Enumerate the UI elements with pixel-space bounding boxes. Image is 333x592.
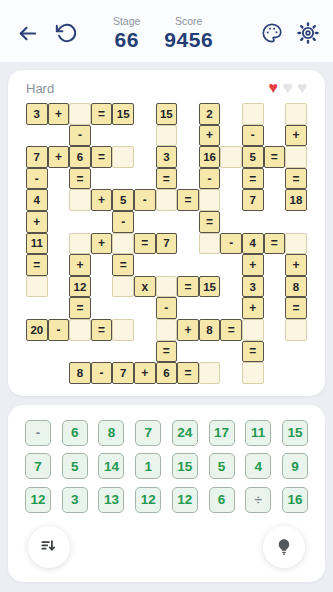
grid-cell-operator: + <box>285 254 307 276</box>
grid-cell-operator: = <box>177 362 199 384</box>
grid-cell-operator: = <box>242 341 264 363</box>
grid-cell-operator: = <box>134 233 156 255</box>
grid-cell-number: 15 <box>156 103 178 125</box>
score-label: Score <box>175 16 202 27</box>
tray-tile-number[interactable]: 4 <box>245 453 271 479</box>
grid-cell-number: 3 <box>26 103 48 125</box>
grid-cell-empty[interactable] <box>199 362 221 384</box>
tray-tile-operator[interactable]: - <box>25 420 51 446</box>
tray-tile-number[interactable]: 3 <box>62 487 88 513</box>
grid-cell-operator: + <box>48 103 70 125</box>
lightbulb-icon <box>274 537 294 557</box>
tray-tile-number[interactable]: 6 <box>209 487 235 513</box>
grid-cell-empty[interactable] <box>69 189 91 211</box>
grid-cell-operator: = <box>264 233 286 255</box>
grid-cell-operator: - <box>91 362 113 384</box>
grid-cell-number: 6 <box>69 146 91 168</box>
topbar: Stage 66 Score 9456 <box>0 0 333 62</box>
tray-card: -6872417111575141155491231312126÷16 <box>8 405 325 582</box>
tray-tile-number[interactable]: 1 <box>135 453 161 479</box>
tray-tile-operator[interactable]: ÷ <box>245 487 271 513</box>
grid-cell-empty[interactable] <box>156 276 178 298</box>
grid-cell-operator: + <box>285 125 307 147</box>
grid-cell-empty[interactable] <box>220 146 242 168</box>
grid-cell-number: 8 <box>285 276 307 298</box>
rotate-ccw-icon <box>55 22 77 44</box>
board-card: Hard ♥♥♥ 3+=15152-+-+7+6=3165=-==-==4+5-… <box>8 70 325 396</box>
grid-cell-empty[interactable] <box>112 146 134 168</box>
grid-cell-operator: + <box>69 254 91 276</box>
tray-actions <box>28 526 305 568</box>
grid-cell-operator: + <box>91 233 113 255</box>
lives-hearts: ♥♥♥ <box>269 80 308 96</box>
grid-cell-operator: - <box>220 233 242 255</box>
grid-cell-number: 15 <box>199 276 221 298</box>
topbar-right <box>259 20 321 46</box>
grid-cell-operator: = <box>177 276 199 298</box>
hint-button[interactable] <box>263 526 305 568</box>
tray-tile-number[interactable]: 17 <box>209 420 235 446</box>
grid-cell-number: 12 <box>69 276 91 298</box>
grid-cell-operator: = <box>285 168 307 190</box>
grid-cell-number: 6 <box>156 362 178 384</box>
heart-icon: ♥ <box>283 80 293 96</box>
grid-cell-empty[interactable] <box>242 362 264 384</box>
score-stat: Score 9456 <box>164 16 213 51</box>
tray-tile-number[interactable]: 12 <box>172 487 198 513</box>
tray-tile-number[interactable]: 7 <box>25 453 51 479</box>
grid-cell-empty[interactable] <box>112 276 134 298</box>
grid-cell-operator: = <box>264 146 286 168</box>
grid-cell-operator: x <box>134 276 156 298</box>
heart-icon: ♥ <box>298 80 308 96</box>
tray-tile-number[interactable]: 12 <box>25 487 51 513</box>
grid-cell-number: 3 <box>156 146 178 168</box>
grid-cell-operator: = <box>156 341 178 363</box>
grid-cell-operator: = <box>112 254 134 276</box>
restart-button[interactable] <box>53 20 79 46</box>
tray-tile-number[interactable]: 5 <box>62 453 88 479</box>
grid-cell-operator: - <box>48 319 70 341</box>
grid-cell-number: 3 <box>242 276 264 298</box>
tray-tile-number[interactable]: 9 <box>282 453 308 479</box>
tray-tile-number[interactable]: 15 <box>172 453 198 479</box>
grid-cell-number: 7 <box>156 233 178 255</box>
grid-cell-operator: = <box>91 103 113 125</box>
tray-tile-number[interactable]: 6 <box>62 420 88 446</box>
tray-tile-number[interactable]: 24 <box>172 420 198 446</box>
topbar-stats: Stage 66 Score 9456 <box>113 16 213 51</box>
grid-cell-operator: = <box>156 168 178 190</box>
grid-cell-empty[interactable] <box>199 189 221 211</box>
grid-cell-empty[interactable] <box>285 233 307 255</box>
grid-cell-empty[interactable] <box>242 103 264 125</box>
tray-tile-number[interactable]: 14 <box>98 453 124 479</box>
tray-tile-number[interactable]: 8 <box>98 420 124 446</box>
tray-tile-number[interactable]: 15 <box>282 420 308 446</box>
grid-cell-empty[interactable] <box>199 233 221 255</box>
grid-cell-empty[interactable] <box>26 276 48 298</box>
grid-cell-number: 11 <box>26 233 48 255</box>
grid-cell-empty[interactable] <box>285 146 307 168</box>
grid-cell-operator: = <box>69 168 91 190</box>
grid-cell-empty[interactable] <box>112 233 134 255</box>
grid-cell-empty[interactable] <box>242 319 264 341</box>
grid-cell-operator: + <box>242 297 264 319</box>
grid-cell-number: 4 <box>242 233 264 255</box>
grid-cell-operator: - <box>156 297 178 319</box>
tray-tile-number[interactable]: 5 <box>209 453 235 479</box>
grid-cell-operator: - <box>199 168 221 190</box>
stage-label: Stage <box>113 16 140 27</box>
grid-cell-operator: = <box>285 297 307 319</box>
grid-cell-operator: + <box>199 125 221 147</box>
grid-cell-operator: = <box>242 168 264 190</box>
settings-button[interactable] <box>295 20 321 46</box>
grid-cell-operator: = <box>199 211 221 233</box>
puzzle-grid: 3+=15152-+-+7+6=3165=-==-==4+5-=718+-=11… <box>26 103 307 384</box>
grid-cell-empty[interactable] <box>69 103 91 125</box>
stage-stat: Stage 66 <box>113 16 140 51</box>
difficulty-label: Hard <box>26 81 54 96</box>
grid-cell-operator: - <box>242 125 264 147</box>
grid-cell-empty[interactable] <box>156 189 178 211</box>
grid-cell-number: 7 <box>242 189 264 211</box>
grid-cell-operator: + <box>48 146 70 168</box>
grid-cell-empty[interactable] <box>285 319 307 341</box>
grid-cell-operator: + <box>91 189 113 211</box>
topbar-left <box>14 20 79 47</box>
grid-cell-number: 7 <box>26 146 48 168</box>
grid-cell-number: 2 <box>199 103 221 125</box>
theme-palette-button[interactable] <box>259 20 285 46</box>
grid-cell-operator: + <box>26 211 48 233</box>
tray-tile-number[interactable]: 7 <box>135 420 161 446</box>
number-tray: -6872417111575141155491231312126÷16 <box>24 420 309 513</box>
score-value: 9456 <box>164 29 213 50</box>
grid-cell-operator: - <box>112 211 134 233</box>
grid-cell-empty[interactable] <box>285 103 307 125</box>
grid-cell-empty[interactable] <box>69 233 91 255</box>
grid-cell-number: 8 <box>69 362 91 384</box>
grid-cell-operator: - <box>26 168 48 190</box>
grid-cell-empty[interactable] <box>156 125 178 147</box>
grid-cell-number: 4 <box>26 189 48 211</box>
grid-cell-number: 15 <box>112 103 134 125</box>
tray-tile-number[interactable]: 13 <box>98 487 124 513</box>
heart-icon: ♥ <box>269 80 279 96</box>
grid-cell-operator: = <box>26 254 48 276</box>
tray-tile-number[interactable]: 16 <box>282 487 308 513</box>
tray-tile-number[interactable]: 12 <box>135 487 161 513</box>
grid-cell-operator: = <box>91 319 113 341</box>
arrow-left-icon <box>16 22 39 45</box>
grid-cell-number: 5 <box>112 189 134 211</box>
board-header: Hard ♥♥♥ <box>26 80 307 96</box>
grid-cell-number: 5 <box>242 146 264 168</box>
gear-icon <box>297 22 319 44</box>
grid-cell-operator: - <box>69 125 91 147</box>
grid-cell-number: 8 <box>199 319 221 341</box>
grid-cell-operator: - <box>134 189 156 211</box>
grid-cell-operator: = <box>69 297 91 319</box>
grid-cell-operator: + <box>242 254 264 276</box>
app: Stage 66 Score 9456 Hard ♥♥♥ 3+=15152-+-… <box>0 0 333 592</box>
sort-tiles-button[interactable] <box>28 526 70 568</box>
grid-cell-operator: + <box>177 319 199 341</box>
tray-tile-number[interactable]: 11 <box>245 420 271 446</box>
grid-cell-operator: = <box>220 319 242 341</box>
grid-cell-empty[interactable] <box>156 319 178 341</box>
grid-cell-number: 18 <box>285 189 307 211</box>
grid-cell-number: 7 <box>112 362 134 384</box>
back-button[interactable] <box>14 20 41 47</box>
palette-icon <box>261 22 283 44</box>
grid-cell-operator: = <box>177 189 199 211</box>
stage-value: 66 <box>114 29 138 50</box>
grid-cell-operator: = <box>91 146 113 168</box>
sort-descending-icon <box>39 537 59 557</box>
grid-cell-number: 16 <box>199 146 221 168</box>
grid-cell-number: 20 <box>26 319 48 341</box>
grid-cell-empty[interactable] <box>112 319 134 341</box>
grid-cell-operator: + <box>134 362 156 384</box>
grid-cell-empty[interactable] <box>69 319 91 341</box>
